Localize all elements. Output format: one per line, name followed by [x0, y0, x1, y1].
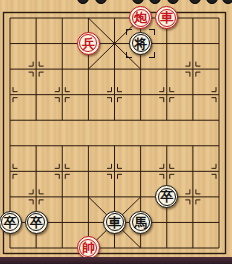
piece-red-general[interactable]: 帥: [77, 236, 100, 259]
piece-black-soldier[interactable]: 卒: [25, 211, 48, 234]
piece-red-soldier[interactable]: 兵: [77, 32, 100, 55]
piece-black-soldier[interactable]: 卒: [155, 185, 178, 208]
board-bottom-edge: [0, 257, 232, 264]
piece-black-soldier[interactable]: 卒: [0, 211, 22, 234]
piece-red-chariot[interactable]: 車: [155, 6, 178, 29]
piece-black-chariot[interactable]: 車: [103, 211, 126, 234]
xiangqi-board[interactable]: 炮車兵将卒卒卒車馬帥: [0, 5, 232, 260]
piece-black-horse[interactable]: 馬: [129, 211, 152, 234]
piece-red-cannon[interactable]: 炮: [129, 6, 152, 29]
piece-black-general[interactable]: 将: [129, 32, 152, 55]
